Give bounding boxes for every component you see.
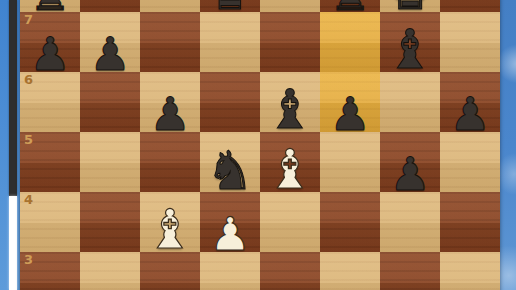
square-b8[interactable]: [80, 0, 140, 12]
square-c3[interactable]: [140, 252, 200, 290]
chess-board: ♜♛♜♚7♟♟♝6♟♝♟♟5♞♝♟4♝♟3: [20, 0, 500, 290]
square-d8[interactable]: ♛: [200, 0, 260, 12]
rank-label-6: 6: [24, 73, 33, 86]
square-f3[interactable]: [320, 252, 380, 290]
square-e6[interactable]: ♝: [260, 72, 320, 132]
square-f6[interactable]: ♟: [320, 72, 380, 132]
square-h8[interactable]: [440, 0, 500, 12]
square-e4[interactable]: [260, 192, 320, 252]
sky-background-right: [498, 0, 516, 290]
side-bar-white-segment: [9, 196, 17, 290]
square-f4[interactable]: [320, 192, 380, 252]
piece-black-bishop-g7[interactable]: ♝: [386, 23, 434, 77]
square-d6[interactable]: [200, 72, 260, 132]
rank-label-3: 3: [24, 253, 33, 266]
app-window: ♜♛♜♚7♟♟♝6♟♝♟♟5♞♝♟4♝♟3: [0, 0, 516, 290]
piece-black-pawn-f6[interactable]: ♟: [329, 91, 370, 137]
square-b6[interactable]: [80, 72, 140, 132]
square-c4[interactable]: ♝: [140, 192, 200, 252]
square-f7[interactable]: [320, 12, 380, 72]
rank-label-4: 4: [24, 193, 33, 206]
piece-white-bishop-c4[interactable]: ♝: [146, 203, 194, 257]
square-a3[interactable]: 3: [20, 252, 80, 290]
square-a6[interactable]: 6: [20, 72, 80, 132]
piece-black-pawn-b7[interactable]: ♟: [89, 31, 130, 77]
square-g5[interactable]: ♟: [380, 132, 440, 192]
square-b3[interactable]: [80, 252, 140, 290]
square-c8[interactable]: [140, 0, 200, 12]
square-h5[interactable]: [440, 132, 500, 192]
square-g8[interactable]: ♚: [380, 0, 440, 12]
piece-black-pawn-h6[interactable]: ♟: [449, 91, 490, 137]
side-bar-dark-segment: [9, 0, 17, 196]
square-a8[interactable]: ♜: [20, 0, 80, 12]
square-h3[interactable]: [440, 252, 500, 290]
square-c7[interactable]: [140, 12, 200, 72]
square-c6[interactable]: ♟: [140, 72, 200, 132]
square-a7[interactable]: 7♟: [20, 12, 80, 72]
square-g7[interactable]: ♝: [380, 12, 440, 72]
square-h6[interactable]: ♟: [440, 72, 500, 132]
square-e5[interactable]: ♝: [260, 132, 320, 192]
square-h7[interactable]: [440, 12, 500, 72]
piece-black-bishop-e6[interactable]: ♝: [266, 83, 314, 137]
square-d5[interactable]: ♞: [200, 132, 260, 192]
square-g4[interactable]: [380, 192, 440, 252]
square-a5[interactable]: 5: [20, 132, 80, 192]
piece-white-pawn-d4[interactable]: ♟: [209, 211, 250, 257]
piece-black-pawn-a7[interactable]: ♟: [29, 31, 70, 77]
square-e8[interactable]: [260, 0, 320, 12]
square-e3[interactable]: [260, 252, 320, 290]
square-d4[interactable]: ♟: [200, 192, 260, 252]
piece-black-pawn-c6[interactable]: ♟: [149, 91, 190, 137]
square-e7[interactable]: [260, 12, 320, 72]
square-d3[interactable]: [200, 252, 260, 290]
square-f5[interactable]: [320, 132, 380, 192]
square-c5[interactable]: [140, 132, 200, 192]
square-f8[interactable]: ♜: [320, 0, 380, 12]
square-g6[interactable]: [380, 72, 440, 132]
square-g3[interactable]: [380, 252, 440, 290]
piece-white-bishop-e5[interactable]: ♝: [266, 143, 314, 197]
square-h4[interactable]: [440, 192, 500, 252]
square-d7[interactable]: [200, 12, 260, 72]
rank-label-5: 5: [24, 133, 33, 146]
square-b5[interactable]: [80, 132, 140, 192]
piece-black-knight-d5[interactable]: ♞: [206, 144, 254, 197]
square-a4[interactable]: 4: [20, 192, 80, 252]
square-b4[interactable]: [80, 192, 140, 252]
rank-label-7: 7: [24, 13, 33, 26]
piece-black-pawn-g5[interactable]: ♟: [389, 151, 430, 197]
side-progress-bar[interactable]: [9, 0, 17, 290]
square-b7[interactable]: ♟: [80, 12, 140, 72]
